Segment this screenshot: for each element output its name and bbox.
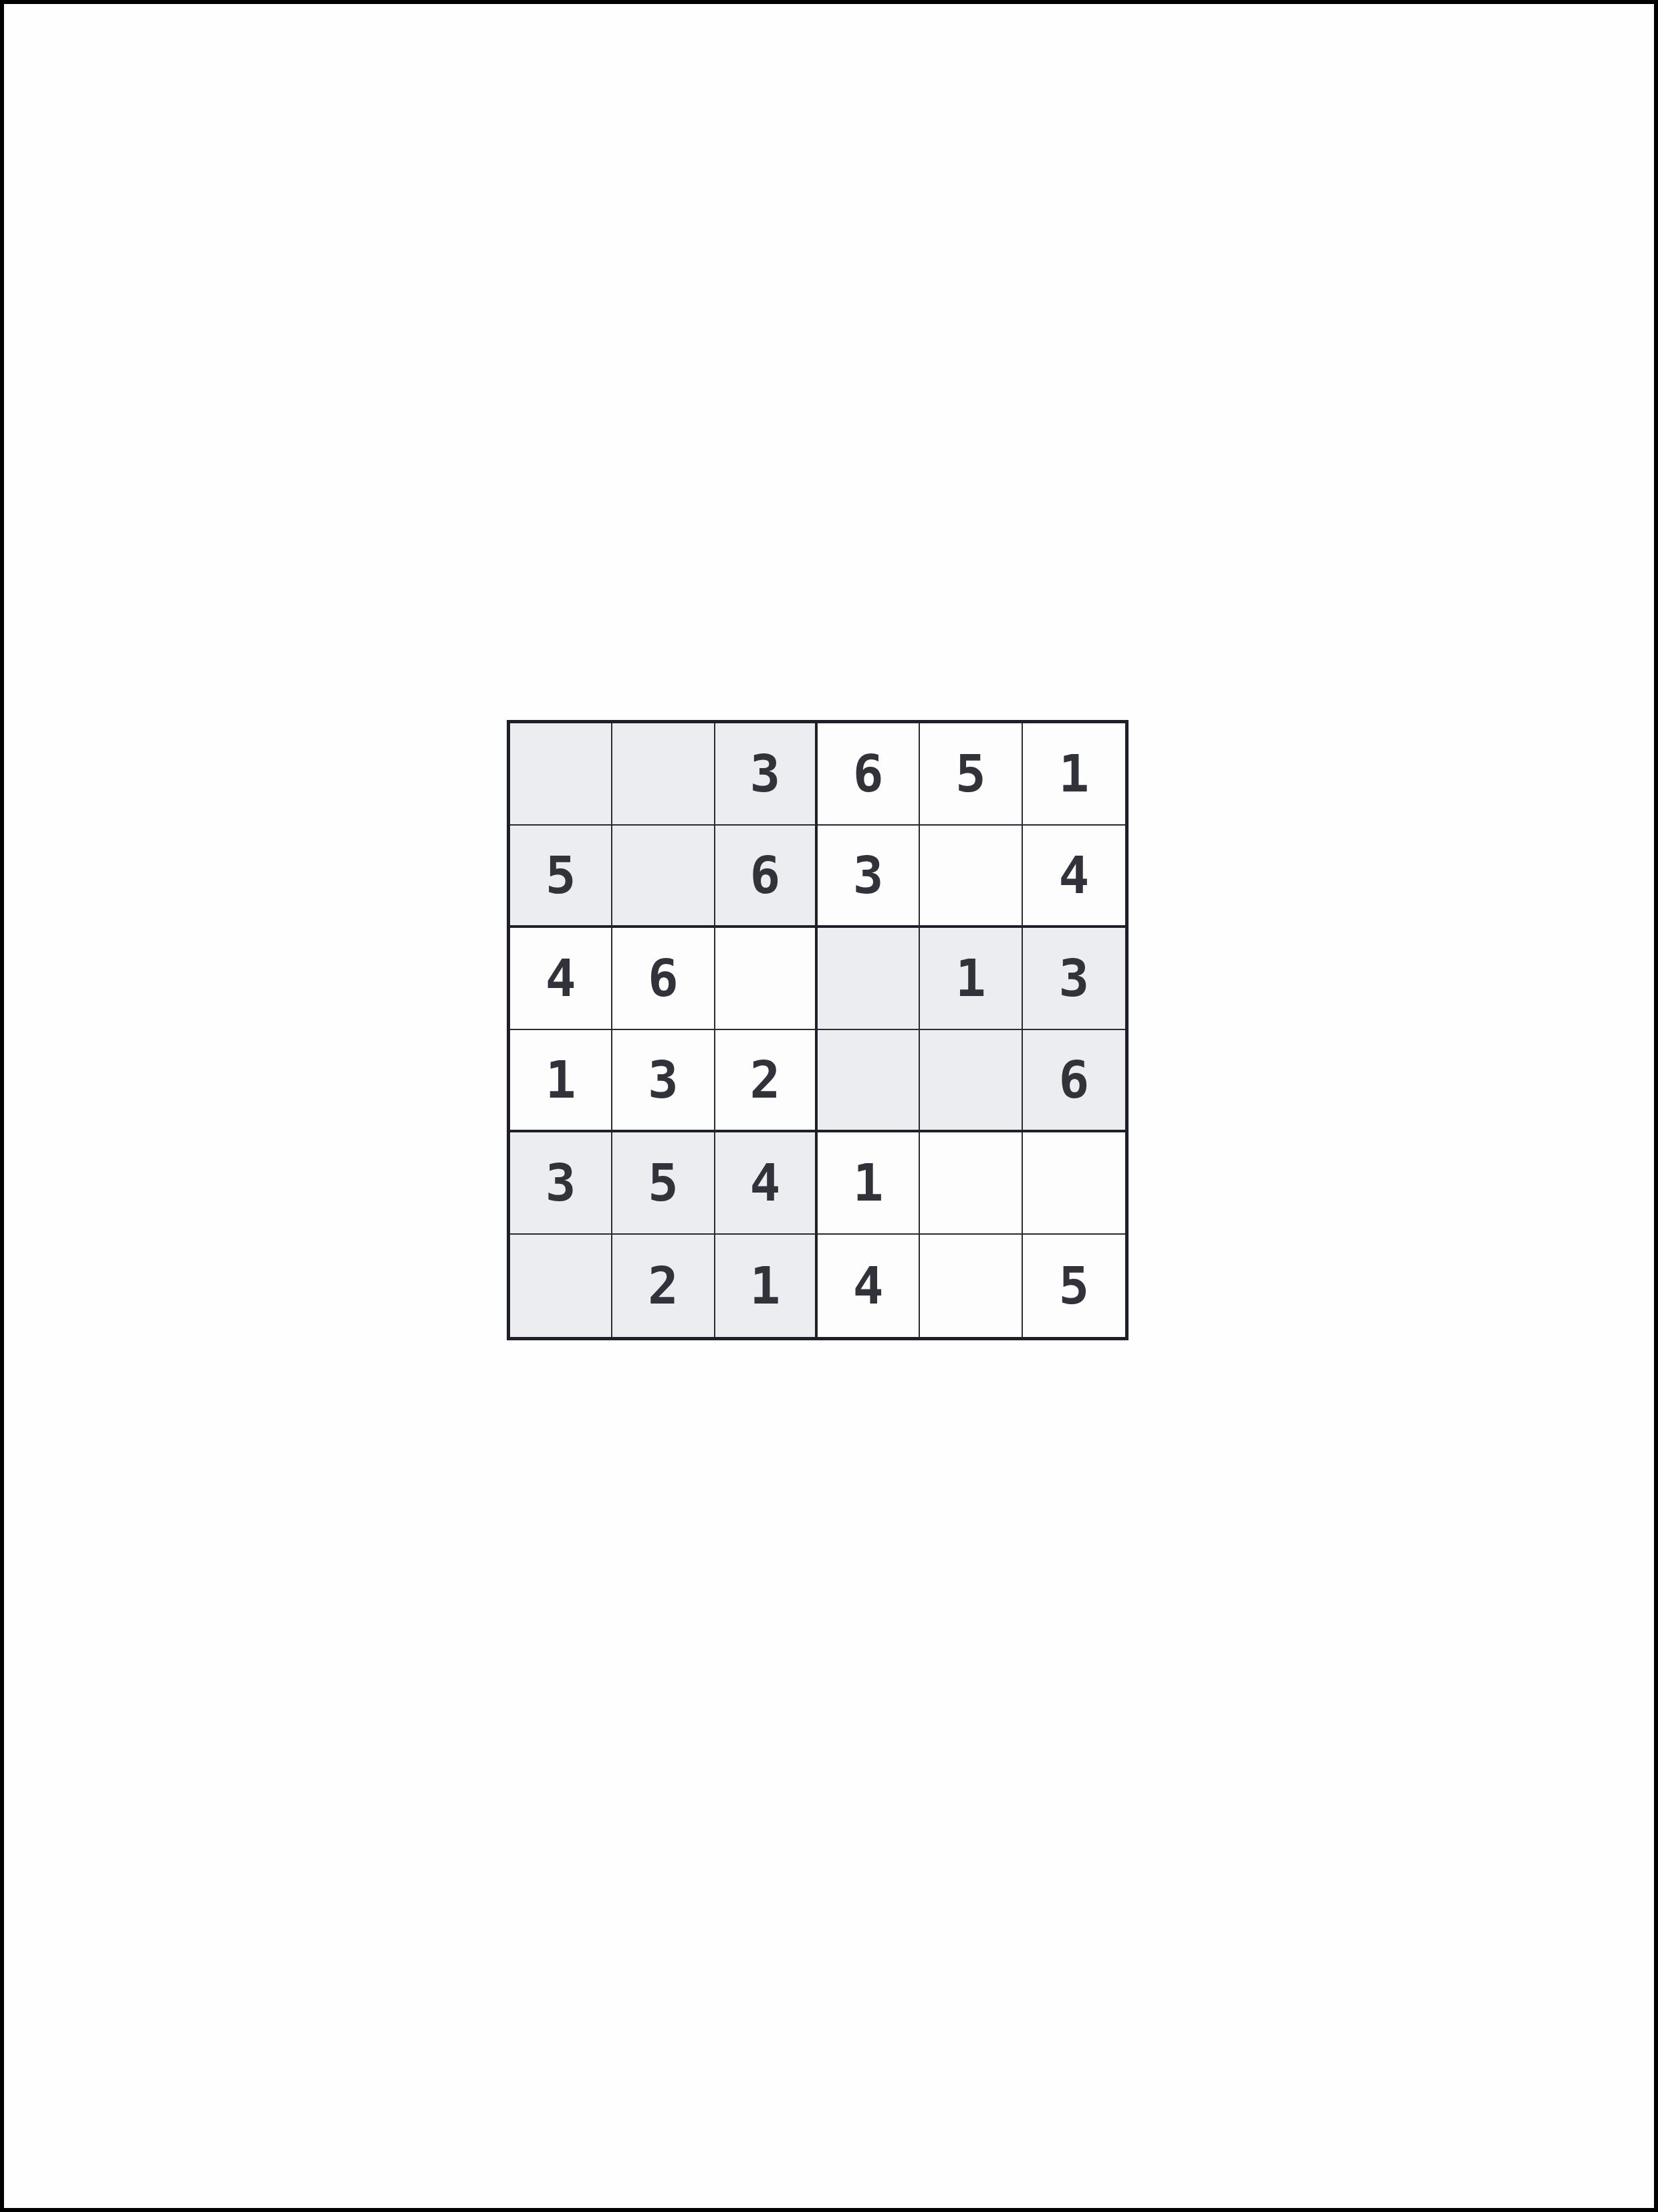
cell-r1c5: 5 [920,723,1022,826]
cell-r5c3: 4 [715,1132,818,1235]
cell-r1c1[interactable] [510,723,612,826]
cell-r3c6: 3 [1023,928,1125,1030]
cell-r2c1: 5 [510,826,612,928]
cell-r6c3: 1 [715,1235,818,1337]
cell-r6c6: 5 [1023,1235,1125,1337]
cell-r3c3[interactable] [715,928,818,1030]
cell-r1c6: 1 [1023,723,1125,826]
cell-r6c4: 4 [818,1235,920,1337]
cell-r5c2: 5 [612,1132,715,1235]
cell-r4c2: 3 [612,1030,715,1132]
cell-r1c3: 3 [715,723,818,826]
cell-r4c3: 2 [715,1030,818,1132]
cell-r3c2: 6 [612,928,715,1030]
cell-r4c1: 1 [510,1030,612,1132]
cell-r6c5[interactable] [920,1235,1022,1337]
cell-r3c4[interactable] [818,928,920,1030]
cell-r2c5[interactable] [920,826,1022,928]
cell-r6c2: 2 [612,1235,715,1337]
cell-r3c5: 1 [920,928,1022,1030]
cell-r6c1[interactable] [510,1235,612,1337]
cell-r5c6[interactable] [1023,1132,1125,1235]
cell-r2c3: 6 [715,826,818,928]
cell-r1c4: 6 [818,723,920,826]
cell-r2c2[interactable] [612,826,715,928]
cell-r3c1: 4 [510,928,612,1030]
sudoku-board: 3 6 5 1 5 6 3 4 4 6 1 3 1 3 2 6 3 5 4 1 … [507,720,1129,1340]
cell-r5c4: 1 [818,1132,920,1235]
cell-r5c1: 3 [510,1132,612,1235]
cell-r4c6: 6 [1023,1030,1125,1132]
cell-r4c4[interactable] [818,1030,920,1132]
cell-r4c5[interactable] [920,1030,1022,1132]
cell-r2c6: 4 [1023,826,1125,928]
scanned-puzzle-page: 3 6 5 1 5 6 3 4 4 6 1 3 1 3 2 6 3 5 4 1 … [0,0,1658,2212]
cell-r1c2[interactable] [612,723,715,826]
cell-r2c4: 3 [818,826,920,928]
cell-r5c5[interactable] [920,1132,1022,1235]
